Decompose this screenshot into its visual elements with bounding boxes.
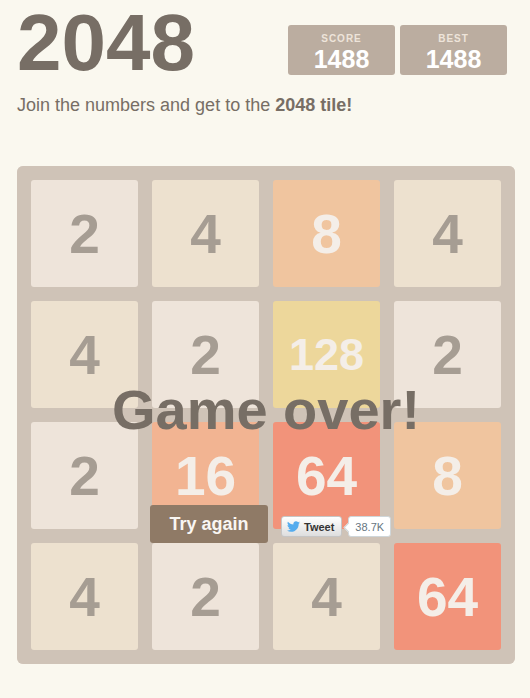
tweet-button[interactable]: Tweet — [281, 516, 342, 537]
best-value: 1488 — [400, 46, 507, 72]
subtitle-text: Join the numbers and get to the — [17, 95, 275, 115]
tweet-widget: Tweet 38.7K — [281, 516, 391, 537]
score-label: SCORE — [288, 33, 395, 45]
subtitle: Join the numbers and get to the 2048 til… — [17, 93, 352, 117]
count-caret — [344, 522, 354, 532]
best-label: BEST — [400, 33, 507, 45]
subtitle-goal: 2048 tile! — [275, 95, 352, 115]
game-over-message: Game over! — [17, 382, 515, 438]
twitter-icon — [287, 520, 300, 533]
tweet-count-badge[interactable]: 38.7K — [348, 516, 391, 537]
score-panel: SCORE 1488 BEST 1488 — [288, 25, 507, 75]
try-again-button[interactable]: Try again — [150, 505, 268, 543]
score-box: SCORE 1488 — [288, 25, 395, 75]
tweet-count-value: 38.7K — [355, 521, 384, 533]
game-over-overlay: Game over! Try again Tweet 38.7K — [17, 166, 515, 664]
game-board: 248442128221664842464 Game over! Try aga… — [17, 166, 515, 664]
tweet-label: Tweet — [304, 521, 334, 533]
best-box: BEST 1488 — [400, 25, 507, 75]
score-value: 1488 — [288, 46, 395, 72]
page: 2048 SCORE 1488 BEST 1488 Join the numbe… — [0, 0, 530, 698]
game-title: 2048 — [17, 3, 195, 83]
